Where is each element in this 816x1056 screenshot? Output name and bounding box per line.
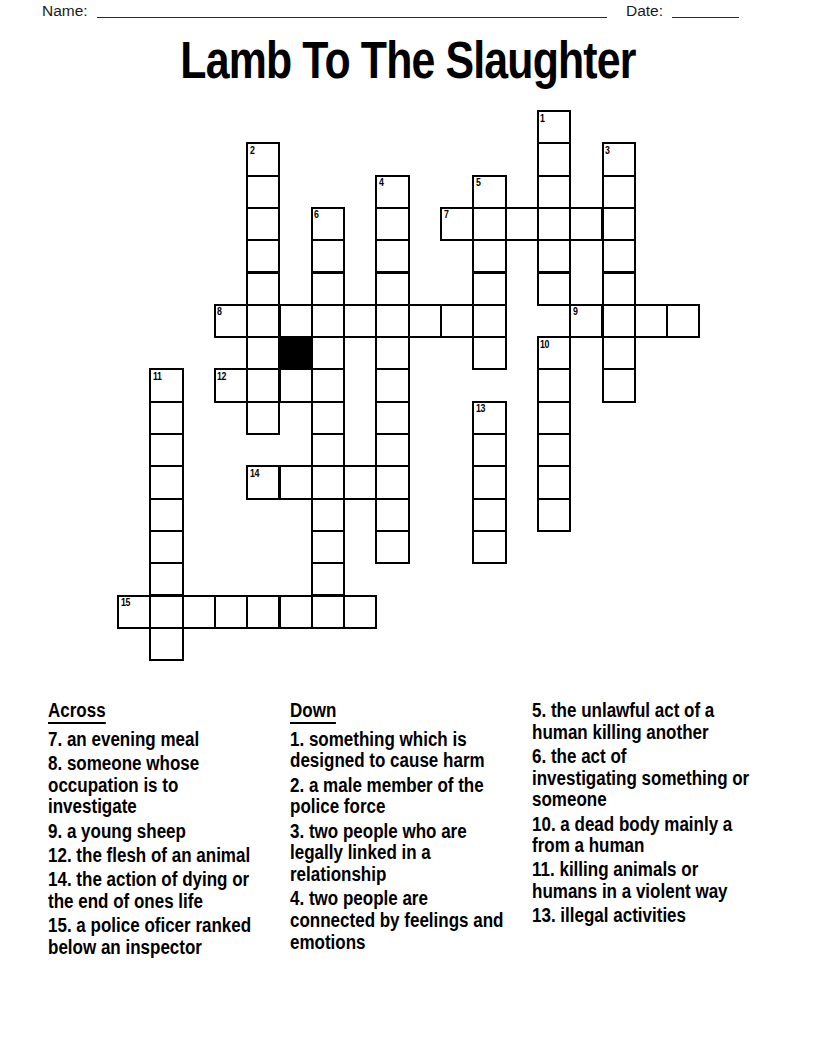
grid-cell[interactable] [375, 498, 409, 532]
clue-num-label: 12. [48, 844, 76, 866]
clues-column-across: Across 7. an evening meal8. someone whos… [48, 700, 320, 961]
name-label: Name: [42, 2, 88, 20]
grid-cell[interactable] [279, 304, 313, 338]
clue-down-4: 4. two people areconnected by feelings a… [290, 888, 562, 953]
clue-num-label: 11. [532, 858, 559, 880]
grid-cell[interactable] [537, 498, 571, 532]
grid-cell[interactable] [311, 465, 345, 499]
grid-cell[interactable] [537, 142, 571, 176]
date-blank-line [672, 17, 739, 18]
clue-number: 3 [605, 145, 610, 156]
clue-across-14: 14. the action of dying orthe end of one… [48, 869, 320, 912]
grid-cell[interactable] [375, 530, 409, 564]
down-header: Down [290, 700, 336, 724]
grid-cell[interactable] [375, 368, 409, 402]
grid-cell[interactable] [311, 433, 345, 467]
grid-cell[interactable] [149, 465, 183, 499]
clue-down-11: 11. killing animals orhumans in a violen… [532, 859, 804, 902]
clues-column-down-continued: 5. the unlawful act of ahuman killing an… [532, 700, 804, 930]
grid-cell[interactable] [343, 595, 377, 629]
down-continued-clue-list: 5. the unlawful act of ahuman killing an… [532, 700, 804, 927]
grid-cell[interactable] [602, 175, 636, 209]
grid-cell[interactable] [182, 595, 216, 629]
grid-cell[interactable] [375, 239, 409, 273]
grid-cell[interactable] [537, 401, 571, 435]
grid-cell[interactable] [472, 207, 506, 241]
grid-cell[interactable] [214, 595, 248, 629]
clue-number: 13 [476, 403, 485, 414]
grid-cell[interactable] [375, 433, 409, 467]
grid-cell[interactable] [279, 368, 313, 402]
across-header: Across [48, 700, 106, 724]
clue-down-3: 3. two people who arelegally linked in a… [290, 821, 562, 886]
grid-cell[interactable] [472, 465, 506, 499]
grid-cell-black [279, 336, 313, 370]
clue-number: 5 [476, 177, 481, 188]
clue-number: 15 [121, 597, 130, 608]
grid-cell[interactable]: 10 [537, 336, 571, 370]
grid-cell[interactable] [537, 272, 571, 306]
grid-cell[interactable] [311, 336, 345, 370]
clue-number: 4 [379, 177, 384, 188]
clue-num-label: 8. [48, 752, 67, 774]
grid-cell[interactable] [246, 272, 280, 306]
grid-cell[interactable] [375, 336, 409, 370]
clue-num-label: 4. [290, 887, 309, 909]
grid-cell[interactable] [537, 175, 571, 209]
grid-cell[interactable] [311, 401, 345, 435]
grid-cell[interactable] [246, 595, 280, 629]
grid-cell[interactable] [472, 272, 506, 306]
clue-num-label: 6. [532, 745, 551, 767]
clue-down-2: 2. a male member of thepolice force [290, 775, 562, 818]
grid-cell[interactable] [149, 562, 183, 596]
clue-down-13: 13. illegal activities [532, 905, 804, 927]
clue-number: 11 [153, 371, 162, 382]
grid-cell[interactable] [375, 465, 409, 499]
grid-cell[interactable] [279, 465, 313, 499]
grid-cell[interactable] [408, 304, 442, 338]
clue-across-9: 9. a young sheep [48, 821, 320, 843]
clue-across-12: 12. the flesh of an animal [48, 845, 320, 867]
grid-cell[interactable] [537, 465, 571, 499]
grid-cell[interactable] [537, 207, 571, 241]
grid-cell[interactable] [149, 498, 183, 532]
crossword-grid: 123456789101112131415 [117, 110, 701, 662]
clue-down-10: 10. a dead body mainly afrom a human [532, 814, 804, 857]
grid-cell[interactable] [149, 530, 183, 564]
grid-cell[interactable] [279, 595, 313, 629]
clue-number: 6 [314, 209, 319, 220]
clue-number: 7 [444, 209, 449, 220]
grid-cell[interactable]: 11 [149, 368, 183, 402]
grid-cell[interactable] [602, 239, 636, 273]
clue-number: 12 [217, 371, 226, 382]
grid-cell[interactable] [472, 336, 506, 370]
grid-cell[interactable]: 5 [472, 175, 506, 209]
down-clue-list: 1. something which isdesigned to cause h… [290, 729, 562, 954]
grid-cell[interactable] [472, 239, 506, 273]
grid-cell[interactable] [311, 498, 345, 532]
clue-number: 1 [540, 113, 545, 124]
grid-cell[interactable] [343, 465, 377, 499]
grid-cell[interactable] [375, 401, 409, 435]
grid-cell[interactable] [311, 562, 345, 596]
title-wrap: Lamb To The Slaughter [0, 33, 816, 89]
grid-cell[interactable] [311, 304, 345, 338]
grid-cell[interactable]: 7 [440, 207, 474, 241]
grid-cell[interactable] [602, 368, 636, 402]
grid-cell[interactable] [311, 530, 345, 564]
grid-cell[interactable] [472, 433, 506, 467]
grid-cell[interactable]: 1 [537, 110, 571, 144]
grid-cell[interactable] [311, 239, 345, 273]
grid-cell[interactable] [375, 304, 409, 338]
grid-cell[interactable]: 3 [602, 142, 636, 176]
grid-cell[interactable]: 15 [117, 595, 151, 629]
grid-cell[interactable] [472, 304, 506, 338]
grid-cell[interactable] [666, 304, 700, 338]
grid-cell[interactable] [149, 433, 183, 467]
grid-cell[interactable] [246, 175, 280, 209]
clue-num-label: 7. [48, 728, 67, 750]
grid-cell[interactable]: 8 [214, 304, 248, 338]
worksheet-page: { "game": "crossword", "header": { "name… [0, 0, 816, 1056]
clue-number: 14 [250, 468, 259, 479]
grid-cell[interactable] [537, 368, 571, 402]
name-blank-line [97, 17, 607, 18]
grid-cell[interactable] [602, 207, 636, 241]
grid-cell[interactable]: 12 [214, 368, 248, 402]
grid-cell[interactable] [246, 304, 280, 338]
grid-cell[interactable] [472, 498, 506, 532]
grid-cell[interactable] [602, 336, 636, 370]
clue-down-6: 6. the act ofinvestigating something ors… [532, 746, 804, 811]
clue-down-1: 1. something which isdesigned to cause h… [290, 729, 562, 772]
grid-cell[interactable] [634, 304, 668, 338]
grid-cell[interactable]: 13 [472, 401, 506, 435]
grid-cell[interactable] [311, 368, 345, 402]
clues-column-down: Down 1. something which isdesigned to ca… [290, 700, 562, 956]
clue-num-label: 3. [290, 820, 309, 842]
clue-number: 9 [573, 306, 578, 317]
clue-num-label: 2. [290, 774, 309, 796]
grid-cell[interactable] [602, 272, 636, 306]
grid-cell[interactable] [149, 627, 183, 661]
clue-across-7: 7. an evening meal [48, 729, 320, 751]
grid-cell[interactable]: 14 [246, 465, 280, 499]
clue-number: 8 [217, 306, 222, 317]
grid-cell[interactable] [149, 401, 183, 435]
grid-cell[interactable] [537, 239, 571, 273]
clue-num-label: 13. [532, 904, 560, 926]
grid-cell[interactable] [149, 595, 183, 629]
across-clue-list: 7. an evening meal8. someone whoseoccupa… [48, 729, 320, 959]
date-label: Date: [626, 2, 663, 20]
clue-across-15: 15. a police oficer rankedbelow an inspe… [48, 915, 320, 958]
puzzle-title: Lamb To The Slaughter [180, 33, 635, 89]
grid-cell[interactable] [375, 272, 409, 306]
grid-cell[interactable] [569, 207, 603, 241]
grid-cell[interactable] [472, 530, 506, 564]
grid-cell[interactable] [311, 272, 345, 306]
grid-cell[interactable] [375, 207, 409, 241]
clue-num-label: 14. [48, 868, 76, 890]
grid-cell[interactable] [246, 336, 280, 370]
clue-num-label: 9. [48, 820, 67, 842]
grid-cell[interactable] [246, 401, 280, 435]
grid-cell[interactable] [311, 595, 345, 629]
grid-cell[interactable]: 9 [569, 304, 603, 338]
grid-cell[interactable] [246, 207, 280, 241]
grid-cell[interactable] [246, 368, 280, 402]
clue-across-8: 8. someone whoseoccupation is toinvestig… [48, 753, 320, 818]
grid-cell[interactable] [440, 304, 474, 338]
clue-number: 10 [540, 339, 549, 350]
clue-num-label: 1. [290, 728, 309, 750]
grid-cell[interactable] [602, 304, 636, 338]
clue-number: 2 [250, 145, 255, 156]
grid-cell[interactable] [505, 207, 539, 241]
clue-down-5: 5. the unlawful act of ahuman killing an… [532, 700, 804, 743]
grid-cell[interactable]: 6 [311, 207, 345, 241]
grid-cell[interactable] [246, 239, 280, 273]
grid-cell[interactable]: 2 [246, 142, 280, 176]
grid-cell[interactable] [537, 433, 571, 467]
clue-num-label: 15. [48, 914, 76, 936]
clue-num-label: 10. [532, 813, 560, 835]
grid-cell[interactable] [343, 304, 377, 338]
clue-num-label: 5. [532, 699, 551, 721]
grid-cell[interactable]: 4 [375, 175, 409, 209]
